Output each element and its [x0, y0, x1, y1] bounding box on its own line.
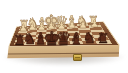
black-knight[interactable]: ♞ [82, 31, 95, 46]
black-rook[interactable]: ♜ [13, 34, 25, 48]
black-rook[interactable]: ♜ [97, 32, 109, 46]
pieces-layer: ♜♞♝♚♛♝♞♜♟♟♟♟♟♟♟♟♟♟♟♟♟♟♟♟♜♞♝♚♛♝♞♜ [0, 0, 128, 73]
white-pawn[interactable]: ♟ [90, 19, 99, 29]
black-bishop[interactable]: ♝ [69, 31, 83, 47]
chess-set-photo: ♜♞♝♚♛♝♞♜♟♟♟♟♟♟♟♟♟♟♟♟♟♟♟♟♜♞♝♚♛♝♞♜ [0, 0, 128, 73]
